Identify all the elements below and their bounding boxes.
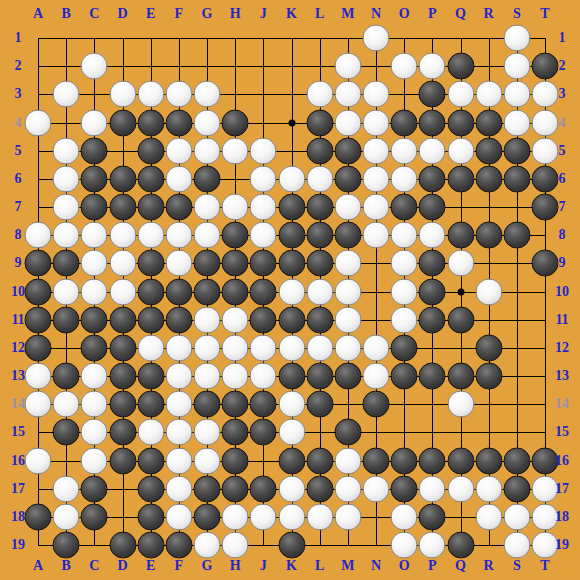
intersection-B8[interactable] [52, 221, 80, 249]
intersection-N1[interactable] [362, 24, 390, 52]
intersection-D9[interactable] [109, 249, 137, 277]
intersection-L4[interactable] [306, 109, 334, 137]
intersection-B2[interactable] [52, 52, 80, 80]
intersection-F18[interactable] [165, 503, 193, 531]
intersection-P9[interactable] [418, 249, 446, 277]
intersection-M11[interactable] [334, 306, 362, 334]
intersection-R5[interactable] [475, 137, 503, 165]
intersection-R1[interactable] [475, 24, 503, 52]
intersection-R12[interactable] [475, 334, 503, 362]
intersection-C9[interactable] [80, 249, 108, 277]
intersection-G5[interactable] [193, 137, 221, 165]
intersection-R16[interactable] [475, 447, 503, 475]
intersection-M8[interactable] [334, 221, 362, 249]
intersection-N15[interactable] [362, 418, 390, 446]
intersection-N4[interactable] [362, 109, 390, 137]
intersection-R13[interactable] [475, 362, 503, 390]
intersection-Q1[interactable] [447, 24, 475, 52]
intersection-K3[interactable] [278, 80, 306, 108]
intersection-F6[interactable] [165, 165, 193, 193]
intersection-S4[interactable] [503, 109, 531, 137]
intersection-A8[interactable] [24, 221, 52, 249]
intersection-H9[interactable] [221, 249, 249, 277]
intersection-F10[interactable] [165, 278, 193, 306]
intersection-A17[interactable] [24, 475, 52, 503]
intersection-K9[interactable] [278, 249, 306, 277]
intersection-Q11[interactable] [447, 306, 475, 334]
intersection-N3[interactable] [362, 80, 390, 108]
intersection-O18[interactable] [390, 503, 418, 531]
intersection-D8[interactable] [109, 221, 137, 249]
intersection-O2[interactable] [390, 52, 418, 80]
intersection-D16[interactable] [109, 447, 137, 475]
intersection-A10[interactable] [24, 278, 52, 306]
intersection-C17[interactable] [80, 475, 108, 503]
intersection-Q7[interactable] [447, 193, 475, 221]
intersection-N5[interactable] [362, 137, 390, 165]
intersection-O1[interactable] [390, 24, 418, 52]
intersection-E15[interactable] [137, 418, 165, 446]
intersection-R18[interactable] [475, 503, 503, 531]
intersection-B12[interactable] [52, 334, 80, 362]
intersection-G18[interactable] [193, 503, 221, 531]
intersection-C11[interactable] [80, 306, 108, 334]
intersection-B5[interactable] [52, 137, 80, 165]
intersection-E14[interactable] [137, 390, 165, 418]
intersection-L2[interactable] [306, 52, 334, 80]
intersection-K5[interactable] [278, 137, 306, 165]
intersection-C6[interactable] [80, 165, 108, 193]
intersection-A19[interactable] [24, 531, 52, 559]
intersection-M1[interactable] [334, 24, 362, 52]
intersection-A7[interactable] [24, 193, 52, 221]
intersection-E16[interactable] [137, 447, 165, 475]
intersection-O5[interactable] [390, 137, 418, 165]
intersection-D6[interactable] [109, 165, 137, 193]
intersection-K13[interactable] [278, 362, 306, 390]
intersection-S1[interactable] [503, 24, 531, 52]
intersection-D13[interactable] [109, 362, 137, 390]
intersection-O14[interactable] [390, 390, 418, 418]
intersection-R2[interactable] [475, 52, 503, 80]
intersection-S9[interactable] [503, 249, 531, 277]
intersection-A6[interactable] [24, 165, 52, 193]
intersection-H7[interactable] [221, 193, 249, 221]
intersection-K18[interactable] [278, 503, 306, 531]
intersection-L14[interactable] [306, 390, 334, 418]
intersection-R14[interactable] [475, 390, 503, 418]
intersection-H18[interactable] [221, 503, 249, 531]
intersection-F3[interactable] [165, 80, 193, 108]
intersection-B13[interactable] [52, 362, 80, 390]
intersection-J2[interactable] [249, 52, 277, 80]
intersection-E9[interactable] [137, 249, 165, 277]
intersection-A16[interactable] [24, 447, 52, 475]
intersection-J8[interactable] [249, 221, 277, 249]
intersection-N12[interactable] [362, 334, 390, 362]
intersection-H14[interactable] [221, 390, 249, 418]
intersection-Q19[interactable] [447, 531, 475, 559]
intersection-C7[interactable] [80, 193, 108, 221]
intersection-E2[interactable] [137, 52, 165, 80]
intersection-F11[interactable] [165, 306, 193, 334]
intersection-K12[interactable] [278, 334, 306, 362]
intersection-J9[interactable] [249, 249, 277, 277]
intersection-J18[interactable] [249, 503, 277, 531]
intersection-B3[interactable] [52, 80, 80, 108]
intersection-F7[interactable] [165, 193, 193, 221]
intersection-J6[interactable] [249, 165, 277, 193]
intersection-G2[interactable] [193, 52, 221, 80]
intersection-S18[interactable] [503, 503, 531, 531]
intersection-E4[interactable] [137, 109, 165, 137]
intersection-C8[interactable] [80, 221, 108, 249]
intersection-H15[interactable] [221, 418, 249, 446]
intersection-E6[interactable] [137, 165, 165, 193]
intersection-N9[interactable] [362, 249, 390, 277]
intersection-S17[interactable] [503, 475, 531, 503]
intersection-F4[interactable] [165, 109, 193, 137]
intersection-S8[interactable] [503, 221, 531, 249]
intersection-F8[interactable] [165, 221, 193, 249]
intersection-C12[interactable] [80, 334, 108, 362]
intersection-T9[interactable] [531, 249, 559, 277]
intersection-Q8[interactable] [447, 221, 475, 249]
intersection-K1[interactable] [278, 24, 306, 52]
intersection-Q13[interactable] [447, 362, 475, 390]
intersection-H17[interactable] [221, 475, 249, 503]
intersection-O9[interactable] [390, 249, 418, 277]
intersection-J5[interactable] [249, 137, 277, 165]
intersection-C4[interactable] [80, 109, 108, 137]
intersection-O8[interactable] [390, 221, 418, 249]
intersection-Q15[interactable] [447, 418, 475, 446]
intersection-E3[interactable] [137, 80, 165, 108]
intersection-F9[interactable] [165, 249, 193, 277]
intersection-D2[interactable] [109, 52, 137, 80]
intersection-B6[interactable] [52, 165, 80, 193]
intersection-Q12[interactable] [447, 334, 475, 362]
intersection-B11[interactable] [52, 306, 80, 334]
intersection-C18[interactable] [80, 503, 108, 531]
intersection-A15[interactable] [24, 418, 52, 446]
intersection-R7[interactable] [475, 193, 503, 221]
intersection-J17[interactable] [249, 475, 277, 503]
intersection-L13[interactable] [306, 362, 334, 390]
intersection-M3[interactable] [334, 80, 362, 108]
intersection-C5[interactable] [80, 137, 108, 165]
intersection-R3[interactable] [475, 80, 503, 108]
intersection-G7[interactable] [193, 193, 221, 221]
intersection-N19[interactable] [362, 531, 390, 559]
intersection-C16[interactable] [80, 447, 108, 475]
intersection-G6[interactable] [193, 165, 221, 193]
intersection-P5[interactable] [418, 137, 446, 165]
intersection-Q14[interactable] [447, 390, 475, 418]
intersection-R6[interactable] [475, 165, 503, 193]
intersection-O17[interactable] [390, 475, 418, 503]
intersection-B19[interactable] [52, 531, 80, 559]
intersection-L6[interactable] [306, 165, 334, 193]
intersection-S13[interactable] [503, 362, 531, 390]
intersection-K2[interactable] [278, 52, 306, 80]
intersection-K11[interactable] [278, 306, 306, 334]
intersection-C1[interactable] [80, 24, 108, 52]
intersection-H12[interactable] [221, 334, 249, 362]
intersection-F15[interactable] [165, 418, 193, 446]
intersection-R10[interactable] [475, 278, 503, 306]
intersection-A12[interactable] [24, 334, 52, 362]
intersection-M2[interactable] [334, 52, 362, 80]
intersection-M16[interactable] [334, 447, 362, 475]
intersection-P13[interactable] [418, 362, 446, 390]
intersection-E18[interactable] [137, 503, 165, 531]
intersection-A11[interactable] [24, 306, 52, 334]
intersection-F5[interactable] [165, 137, 193, 165]
intersection-T5[interactable] [531, 137, 559, 165]
intersection-M10[interactable] [334, 278, 362, 306]
intersection-D4[interactable] [109, 109, 137, 137]
intersection-K15[interactable] [278, 418, 306, 446]
intersection-H6[interactable] [221, 165, 249, 193]
intersection-J14[interactable] [249, 390, 277, 418]
intersection-M12[interactable] [334, 334, 362, 362]
intersection-E17[interactable] [137, 475, 165, 503]
intersection-H11[interactable] [221, 306, 249, 334]
intersection-J13[interactable] [249, 362, 277, 390]
intersection-E19[interactable] [137, 531, 165, 559]
intersection-G17[interactable] [193, 475, 221, 503]
intersection-E8[interactable] [137, 221, 165, 249]
intersection-B14[interactable] [52, 390, 80, 418]
intersection-D5[interactable] [109, 137, 137, 165]
intersection-D18[interactable] [109, 503, 137, 531]
intersection-G12[interactable] [193, 334, 221, 362]
intersection-M7[interactable] [334, 193, 362, 221]
intersection-L15[interactable] [306, 418, 334, 446]
intersection-D15[interactable] [109, 418, 137, 446]
intersection-P12[interactable] [418, 334, 446, 362]
intersection-Q6[interactable] [447, 165, 475, 193]
intersection-L18[interactable] [306, 503, 334, 531]
intersection-P14[interactable] [418, 390, 446, 418]
intersection-M15[interactable] [334, 418, 362, 446]
intersection-S11[interactable] [503, 306, 531, 334]
intersection-E13[interactable] [137, 362, 165, 390]
intersection-T2[interactable] [531, 52, 559, 80]
intersection-S10[interactable] [503, 278, 531, 306]
intersection-Q4[interactable] [447, 109, 475, 137]
intersection-J10[interactable] [249, 278, 277, 306]
intersection-N10[interactable] [362, 278, 390, 306]
intersection-G19[interactable] [193, 531, 221, 559]
intersection-P1[interactable] [418, 24, 446, 52]
intersection-R8[interactable] [475, 221, 503, 249]
intersection-O7[interactable] [390, 193, 418, 221]
intersection-G14[interactable] [193, 390, 221, 418]
intersection-D10[interactable] [109, 278, 137, 306]
intersection-F17[interactable] [165, 475, 193, 503]
intersection-T3[interactable] [531, 80, 559, 108]
intersection-L11[interactable] [306, 306, 334, 334]
intersection-L8[interactable] [306, 221, 334, 249]
intersection-D3[interactable] [109, 80, 137, 108]
intersection-A3[interactable] [24, 80, 52, 108]
intersection-O19[interactable] [390, 531, 418, 559]
intersection-M5[interactable] [334, 137, 362, 165]
intersection-E1[interactable] [137, 24, 165, 52]
intersection-O4[interactable] [390, 109, 418, 137]
intersection-Q17[interactable] [447, 475, 475, 503]
intersection-A1[interactable] [24, 24, 52, 52]
intersection-K14[interactable] [278, 390, 306, 418]
intersection-F12[interactable] [165, 334, 193, 362]
intersection-M6[interactable] [334, 165, 362, 193]
intersection-E12[interactable] [137, 334, 165, 362]
intersection-Q18[interactable] [447, 503, 475, 531]
intersection-N2[interactable] [362, 52, 390, 80]
intersection-F1[interactable] [165, 24, 193, 52]
intersection-F14[interactable] [165, 390, 193, 418]
intersection-S15[interactable] [503, 418, 531, 446]
intersection-C19[interactable] [80, 531, 108, 559]
intersection-K10[interactable] [278, 278, 306, 306]
intersection-D11[interactable] [109, 306, 137, 334]
intersection-Q2[interactable] [447, 52, 475, 80]
intersection-S3[interactable] [503, 80, 531, 108]
intersection-Q9[interactable] [447, 249, 475, 277]
intersection-P8[interactable] [418, 221, 446, 249]
intersection-J4[interactable] [249, 109, 277, 137]
intersection-L19[interactable] [306, 531, 334, 559]
intersection-P4[interactable] [418, 109, 446, 137]
intersection-N8[interactable] [362, 221, 390, 249]
intersection-Q5[interactable] [447, 137, 475, 165]
intersection-H2[interactable] [221, 52, 249, 80]
intersection-H4[interactable] [221, 109, 249, 137]
intersection-C15[interactable] [80, 418, 108, 446]
intersection-K16[interactable] [278, 447, 306, 475]
intersection-S19[interactable] [503, 531, 531, 559]
intersection-Q16[interactable] [447, 447, 475, 475]
intersection-H16[interactable] [221, 447, 249, 475]
intersection-L7[interactable] [306, 193, 334, 221]
intersection-M13[interactable] [334, 362, 362, 390]
intersection-B15[interactable] [52, 418, 80, 446]
intersection-S2[interactable] [503, 52, 531, 80]
intersection-L5[interactable] [306, 137, 334, 165]
intersection-E7[interactable] [137, 193, 165, 221]
intersection-T8[interactable] [531, 221, 559, 249]
intersection-O6[interactable] [390, 165, 418, 193]
intersection-J12[interactable] [249, 334, 277, 362]
intersection-G1[interactable] [193, 24, 221, 52]
intersection-G9[interactable] [193, 249, 221, 277]
intersection-N17[interactable] [362, 475, 390, 503]
intersection-L3[interactable] [306, 80, 334, 108]
intersection-G16[interactable] [193, 447, 221, 475]
intersection-A5[interactable] [24, 137, 52, 165]
intersection-H13[interactable] [221, 362, 249, 390]
intersection-T7[interactable] [531, 193, 559, 221]
intersection-G11[interactable] [193, 306, 221, 334]
intersection-C2[interactable] [80, 52, 108, 80]
intersection-G15[interactable] [193, 418, 221, 446]
intersection-M17[interactable] [334, 475, 362, 503]
intersection-B17[interactable] [52, 475, 80, 503]
intersection-H1[interactable] [221, 24, 249, 52]
intersection-M4[interactable] [334, 109, 362, 137]
intersection-G13[interactable] [193, 362, 221, 390]
intersection-C14[interactable] [80, 390, 108, 418]
intersection-G8[interactable] [193, 221, 221, 249]
intersection-H19[interactable] [221, 531, 249, 559]
intersection-J1[interactable] [249, 24, 277, 52]
intersection-O16[interactable] [390, 447, 418, 475]
intersection-L12[interactable] [306, 334, 334, 362]
intersection-N11[interactable] [362, 306, 390, 334]
intersection-E5[interactable] [137, 137, 165, 165]
intersection-T6[interactable] [531, 165, 559, 193]
intersection-A4[interactable] [24, 109, 52, 137]
intersection-O11[interactable] [390, 306, 418, 334]
intersection-B16[interactable] [52, 447, 80, 475]
intersection-P10[interactable] [418, 278, 446, 306]
intersection-M19[interactable] [334, 531, 362, 559]
intersection-D17[interactable] [109, 475, 137, 503]
intersection-C3[interactable] [80, 80, 108, 108]
intersection-N18[interactable] [362, 503, 390, 531]
intersection-M18[interactable] [334, 503, 362, 531]
intersection-K19[interactable] [278, 531, 306, 559]
intersection-F2[interactable] [165, 52, 193, 80]
intersection-J16[interactable] [249, 447, 277, 475]
intersection-G4[interactable] [193, 109, 221, 137]
intersection-A2[interactable] [24, 52, 52, 80]
intersection-S5[interactable] [503, 137, 531, 165]
intersection-H3[interactable] [221, 80, 249, 108]
intersection-P3[interactable] [418, 80, 446, 108]
intersection-F13[interactable] [165, 362, 193, 390]
intersection-A13[interactable] [24, 362, 52, 390]
intersection-K8[interactable] [278, 221, 306, 249]
intersection-D19[interactable] [109, 531, 137, 559]
intersection-P19[interactable] [418, 531, 446, 559]
intersection-N6[interactable] [362, 165, 390, 193]
intersection-C13[interactable] [80, 362, 108, 390]
intersection-K7[interactable] [278, 193, 306, 221]
intersection-O10[interactable] [390, 278, 418, 306]
intersection-R11[interactable] [475, 306, 503, 334]
intersection-H10[interactable] [221, 278, 249, 306]
intersection-E10[interactable] [137, 278, 165, 306]
intersection-B7[interactable] [52, 193, 80, 221]
intersection-D7[interactable] [109, 193, 137, 221]
intersection-F16[interactable] [165, 447, 193, 475]
intersection-N16[interactable] [362, 447, 390, 475]
intersection-S12[interactable] [503, 334, 531, 362]
intersection-E11[interactable] [137, 306, 165, 334]
intersection-J15[interactable] [249, 418, 277, 446]
intersection-D14[interactable] [109, 390, 137, 418]
intersection-R4[interactable] [475, 109, 503, 137]
intersection-J3[interactable] [249, 80, 277, 108]
intersection-O3[interactable] [390, 80, 418, 108]
intersection-M14[interactable] [334, 390, 362, 418]
intersection-F19[interactable] [165, 531, 193, 559]
intersection-B4[interactable] [52, 109, 80, 137]
intersection-L17[interactable] [306, 475, 334, 503]
